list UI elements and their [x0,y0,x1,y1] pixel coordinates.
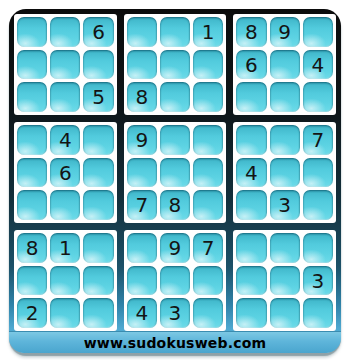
cell-r1c8[interactable]: 9 [270,17,300,47]
given-digit: 4 [135,303,148,323]
cell-r8c8[interactable] [270,266,300,296]
sudoku-board: 651889644697874381297433 www.sudokusweb.… [9,9,341,353]
given-digit: 1 [202,22,215,42]
cell-r1c4[interactable] [127,17,157,47]
cell-r6c2[interactable] [50,190,80,220]
given-digit: 3 [169,303,182,323]
cell-r2c2[interactable] [50,50,80,80]
cell-r9c8[interactable] [270,298,300,328]
cell-r8c7[interactable] [236,266,266,296]
cell-r3c7[interactable] [236,82,266,112]
cell-r8c3[interactable] [83,266,113,296]
sudoku-box-2: 18 [124,14,227,115]
given-digit: 4 [245,163,258,183]
cell-r5c4[interactable] [127,158,157,188]
sudoku-box-1: 65 [14,14,117,115]
cell-r2c7[interactable]: 6 [236,50,266,80]
sudoku-box-8: 9743 [124,230,227,331]
sudoku-box-7: 812 [14,230,117,331]
cell-r5c2[interactable]: 6 [50,158,80,188]
cell-r6c1[interactable] [17,190,47,220]
given-digit: 4 [312,55,325,75]
cell-r3c6[interactable] [193,82,223,112]
cell-r7c2[interactable]: 1 [50,233,80,263]
cell-r1c5[interactable] [160,17,190,47]
cell-r3c9[interactable] [303,82,333,112]
given-digit: 6 [59,163,72,183]
cell-r6c7[interactable] [236,190,266,220]
cell-r1c2[interactable] [50,17,80,47]
cell-r3c2[interactable] [50,82,80,112]
cell-r6c6[interactable] [193,190,223,220]
given-digit: 4 [59,130,72,150]
cell-r2c5[interactable] [160,50,190,80]
cell-r6c8[interactable]: 3 [270,190,300,220]
cell-r7c6[interactable]: 7 [193,233,223,263]
cell-r5c5[interactable] [160,158,190,188]
cell-r7c8[interactable] [270,233,300,263]
cell-r9c4[interactable]: 4 [127,298,157,328]
cell-r5c8[interactable] [270,158,300,188]
cell-r6c4[interactable]: 7 [127,190,157,220]
cell-r7c1[interactable]: 8 [17,233,47,263]
sudoku-box-6: 743 [233,122,336,223]
cell-r4c8[interactable] [270,125,300,155]
cell-r4c6[interactable] [193,125,223,155]
given-digit: 3 [278,195,291,215]
cell-r1c7[interactable]: 8 [236,17,266,47]
cell-r3c3[interactable]: 5 [83,82,113,112]
cell-r8c1[interactable] [17,266,47,296]
cell-r8c4[interactable] [127,266,157,296]
cell-r9c3[interactable] [83,298,113,328]
cell-r4c7[interactable] [236,125,266,155]
cell-r1c1[interactable] [17,17,47,47]
given-digit: 1 [59,238,72,258]
given-digit: 8 [169,195,182,215]
cell-r2c4[interactable] [127,50,157,80]
cell-r2c3[interactable] [83,50,113,80]
cell-r9c5[interactable]: 3 [160,298,190,328]
cell-r3c4[interactable]: 8 [127,82,157,112]
cell-r2c9[interactable]: 4 [303,50,333,80]
given-digit: 8 [26,238,39,258]
cell-r5c1[interactable] [17,158,47,188]
cell-r9c6[interactable] [193,298,223,328]
cell-r7c4[interactable] [127,233,157,263]
cell-r9c2[interactable] [50,298,80,328]
cell-r2c8[interactable] [270,50,300,80]
cell-r3c8[interactable] [270,82,300,112]
cell-r5c6[interactable] [193,158,223,188]
cell-r3c1[interactable] [17,82,47,112]
cell-r6c5[interactable]: 8 [160,190,190,220]
cell-r4c9[interactable]: 7 [303,125,333,155]
given-digit: 8 [245,22,258,42]
cell-r1c6[interactable]: 1 [193,17,223,47]
given-digit: 9 [169,238,182,258]
given-digit: 8 [135,87,148,107]
given-digit: 3 [312,271,325,291]
cell-r6c3[interactable] [83,190,113,220]
cell-r1c3[interactable]: 6 [83,17,113,47]
cell-r7c5[interactable]: 9 [160,233,190,263]
cell-r7c3[interactable] [83,233,113,263]
given-digit: 9 [278,22,291,42]
cell-r1c9[interactable] [303,17,333,47]
cell-r8c5[interactable] [160,266,190,296]
cell-r3c5[interactable] [160,82,190,112]
sudoku-box-4: 46 [14,122,117,223]
given-digit: 7 [135,195,148,215]
given-digit: 5 [92,87,105,107]
cell-r5c3[interactable] [83,158,113,188]
cell-r9c9[interactable] [303,298,333,328]
cell-r8c9[interactable]: 3 [303,266,333,296]
cell-r4c3[interactable] [83,125,113,155]
cell-r8c2[interactable] [50,266,80,296]
cell-r4c2[interactable]: 4 [50,125,80,155]
sudoku-grid: 651889644697874381297433 [14,14,336,331]
given-digit: 6 [245,55,258,75]
cell-r4c5[interactable] [160,125,190,155]
cell-r5c7[interactable]: 4 [236,158,266,188]
website-link[interactable]: www.sudokusweb.com [84,335,267,351]
cell-r9c1[interactable]: 2 [17,298,47,328]
given-digit: 6 [92,22,105,42]
given-digit: 2 [26,303,39,323]
sudoku-box-5: 978 [124,122,227,223]
cell-r4c1[interactable] [17,125,47,155]
cell-r2c1[interactable] [17,50,47,80]
cell-r4c4[interactable]: 9 [127,125,157,155]
sudoku-box-3: 8964 [233,14,336,115]
given-digit: 7 [312,130,325,150]
cell-r7c7[interactable] [236,233,266,263]
cell-r6c9[interactable] [303,190,333,220]
sudoku-box-9: 3 [233,230,336,331]
cell-r7c9[interactable] [303,233,333,263]
cell-r5c9[interactable] [303,158,333,188]
cell-r2c6[interactable] [193,50,223,80]
given-digit: 7 [202,238,215,258]
cell-r9c7[interactable] [236,298,266,328]
given-digit: 9 [135,130,148,150]
cell-r8c6[interactable] [193,266,223,296]
footer-bar: www.sudokusweb.com [9,331,341,353]
